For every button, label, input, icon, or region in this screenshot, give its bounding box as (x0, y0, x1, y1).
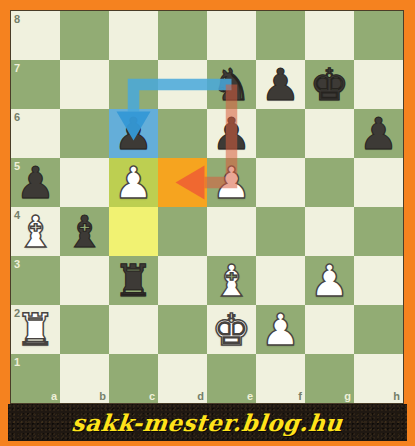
black-pawn-h6[interactable]: ♟ (354, 109, 403, 158)
square-d6[interactable] (158, 109, 207, 158)
square-f3[interactable] (256, 256, 305, 305)
rank-label-6: 6 (14, 111, 20, 123)
square-h6[interactable]: ♟ (354, 109, 403, 158)
black-pawn-e6[interactable]: ♟ (207, 109, 256, 158)
white-king-e2[interactable]: ♚ (207, 305, 256, 354)
black-king-g7[interactable]: ♚ (305, 60, 354, 109)
black-rook-c3[interactable]: ♜ (109, 256, 158, 305)
rank-label-8: 8 (14, 13, 20, 25)
square-c5[interactable]: ♟ (109, 158, 158, 207)
square-h2[interactable] (354, 305, 403, 354)
square-f1[interactable]: f (256, 354, 305, 403)
black-pawn-f7[interactable]: ♟ (256, 60, 305, 109)
square-f2[interactable]: ♟ (256, 305, 305, 354)
rank-label-7: 7 (14, 62, 20, 74)
file-label-h: h (393, 390, 400, 402)
square-d4[interactable] (158, 207, 207, 256)
square-e3[interactable]: ♝ (207, 256, 256, 305)
file-label-g: g (344, 390, 351, 402)
square-g3[interactable]: ♟ (305, 256, 354, 305)
square-a8[interactable]: 8 (11, 11, 60, 60)
rank-label-4: 4 (14, 209, 20, 221)
square-a4[interactable]: 4♝ (11, 207, 60, 256)
square-f4[interactable] (256, 207, 305, 256)
rank-label-1: 1 (14, 356, 20, 368)
rank-label-5: 5 (14, 160, 20, 172)
square-c1[interactable]: c (109, 354, 158, 403)
square-a1[interactable]: 1a (11, 354, 60, 403)
square-c8[interactable] (109, 11, 158, 60)
square-c4[interactable] (109, 207, 158, 256)
square-a3[interactable]: 3 (11, 256, 60, 305)
square-c7[interactable] (109, 60, 158, 109)
square-e4[interactable] (207, 207, 256, 256)
square-b3[interactable] (60, 256, 109, 305)
black-knight-e7[interactable]: ♞ (207, 60, 256, 109)
square-d7[interactable] (158, 60, 207, 109)
square-h8[interactable] (354, 11, 403, 60)
square-g5[interactable] (305, 158, 354, 207)
square-e5[interactable]: ♟ (207, 158, 256, 207)
square-e6[interactable]: ♟ (207, 109, 256, 158)
file-label-f: f (298, 390, 302, 402)
black-pawn-c6[interactable]: ♟ (109, 109, 158, 158)
square-g7[interactable]: ♚ (305, 60, 354, 109)
white-pawn-c5[interactable]: ♟ (109, 158, 158, 207)
square-a7[interactable]: 7 (11, 60, 60, 109)
square-h1[interactable]: h (354, 354, 403, 403)
square-g4[interactable] (305, 207, 354, 256)
square-e8[interactable] (207, 11, 256, 60)
rank-label-3: 3 (14, 258, 20, 270)
file-label-c: c (149, 390, 155, 402)
square-d1[interactable]: d (158, 354, 207, 403)
square-b6[interactable] (60, 109, 109, 158)
white-pawn-g3[interactable]: ♟ (305, 256, 354, 305)
square-c3[interactable]: ♜ (109, 256, 158, 305)
file-label-d: d (197, 390, 204, 402)
square-f8[interactable] (256, 11, 305, 60)
square-b5[interactable] (60, 158, 109, 207)
square-a2[interactable]: 2♜ (11, 305, 60, 354)
white-pawn-f2[interactable]: ♟ (256, 305, 305, 354)
square-f5[interactable] (256, 158, 305, 207)
square-g2[interactable] (305, 305, 354, 354)
square-h4[interactable] (354, 207, 403, 256)
square-e7[interactable]: ♞ (207, 60, 256, 109)
square-b4[interactable]: ♝ (60, 207, 109, 256)
square-e1[interactable]: e (207, 354, 256, 403)
orange-frame: 87♞♟♚6♟♟♟5♟♟♟4♝♝3♜♝♟2♜♚♟1abcdefgh sakk-m… (0, 0, 415, 446)
square-b2[interactable] (60, 305, 109, 354)
square-b8[interactable] (60, 11, 109, 60)
file-label-e: e (247, 390, 253, 402)
black-bishop-b4[interactable]: ♝ (60, 207, 109, 256)
footer-banner: sakk-mester.blog.hu (8, 404, 407, 441)
square-b1[interactable]: b (60, 354, 109, 403)
square-h3[interactable] (354, 256, 403, 305)
square-f6[interactable] (256, 109, 305, 158)
square-c6[interactable]: ♟ (109, 109, 158, 158)
white-pawn-e5[interactable]: ♟ (207, 158, 256, 207)
square-g6[interactable] (305, 109, 354, 158)
square-d3[interactable] (158, 256, 207, 305)
square-h7[interactable] (354, 60, 403, 109)
square-h5[interactable] (354, 158, 403, 207)
file-label-a: a (51, 390, 57, 402)
square-e2[interactable]: ♚ (207, 305, 256, 354)
file-label-b: b (99, 390, 106, 402)
square-d2[interactable] (158, 305, 207, 354)
square-c2[interactable] (109, 305, 158, 354)
square-f7[interactable]: ♟ (256, 60, 305, 109)
chess-board: 87♞♟♚6♟♟♟5♟♟♟4♝♝3♜♝♟2♜♚♟1abcdefgh (10, 10, 404, 404)
rank-label-2: 2 (14, 307, 20, 319)
square-g8[interactable] (305, 11, 354, 60)
square-a6[interactable]: 6 (11, 109, 60, 158)
square-a5[interactable]: 5♟ (11, 158, 60, 207)
square-d5[interactable] (158, 158, 207, 207)
square-d8[interactable] (158, 11, 207, 60)
white-bishop-e3[interactable]: ♝ (207, 256, 256, 305)
square-g1[interactable]: g (305, 354, 354, 403)
site-branding: sakk-mester.blog.hu (71, 409, 345, 436)
square-b7[interactable] (60, 60, 109, 109)
